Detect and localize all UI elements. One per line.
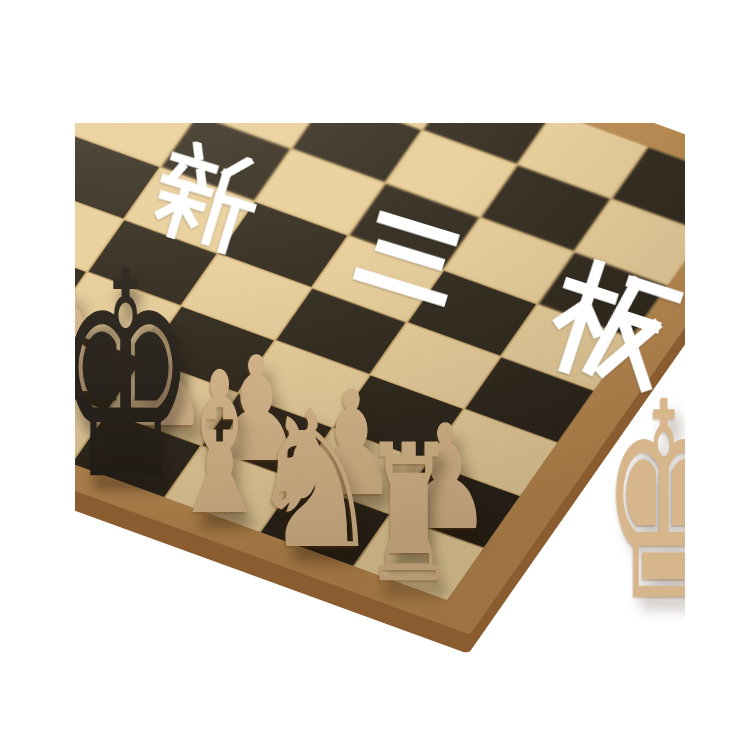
photo-area: ♟♟♟♟♟♚♝♞♜ ♚ xyxy=(75,123,685,750)
offboard-white-king: ♚ xyxy=(553,361,685,633)
white-king-icon: ♚ xyxy=(603,366,685,638)
screenshot-canvas: ♟♟♟♟♟♚♝♞♜ ♚ xyxy=(0,0,750,750)
